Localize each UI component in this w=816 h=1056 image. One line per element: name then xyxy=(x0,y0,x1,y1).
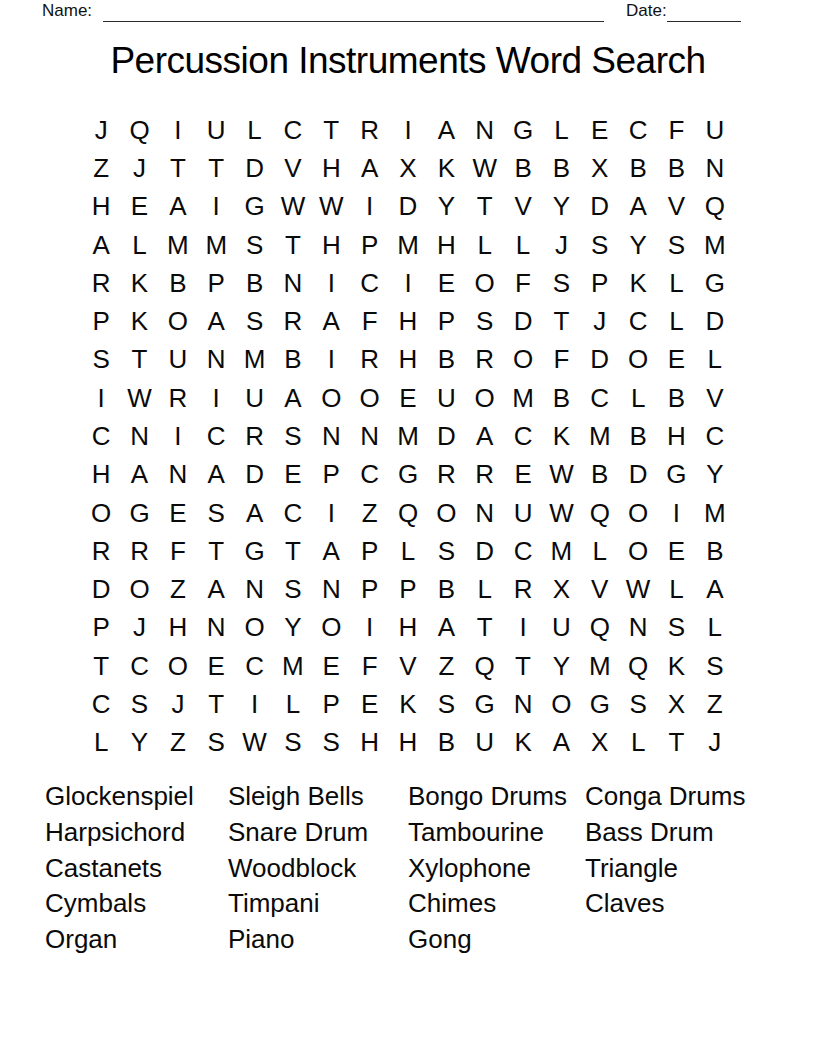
grid-cell-r17c13[interactable]: A xyxy=(542,724,580,762)
grid-cell-r17c3[interactable]: Z xyxy=(159,724,197,762)
grid-cell-r9c5[interactable]: R xyxy=(235,417,273,455)
grid-cell-r16c11[interactable]: G xyxy=(466,685,504,723)
grid-cell-r4c1[interactable]: A xyxy=(82,226,120,264)
grid-cell-r16c14[interactable]: G xyxy=(581,685,619,723)
grid-cell-r11c11[interactable]: N xyxy=(466,494,504,532)
grid-cell-r10c11[interactable]: R xyxy=(466,456,504,494)
grid-cell-r14c9[interactable]: H xyxy=(389,609,427,647)
grid-cell-r5c12[interactable]: F xyxy=(504,264,542,302)
grid-cell-r13c8[interactable]: P xyxy=(350,571,388,609)
grid-cell-r10c15[interactable]: D xyxy=(619,456,657,494)
grid-cell-r1c6[interactable]: C xyxy=(274,111,312,149)
grid-cell-r11c9[interactable]: Q xyxy=(389,494,427,532)
grid-cell-r8c8[interactable]: O xyxy=(350,379,388,417)
grid-cell-r5c15[interactable]: K xyxy=(619,264,657,302)
grid-cell-r17c6[interactable]: S xyxy=(274,724,312,762)
grid-cell-r9c16[interactable]: H xyxy=(657,417,695,455)
grid-cell-r1c8[interactable]: R xyxy=(350,111,388,149)
grid-cell-r1c5[interactable]: L xyxy=(235,111,273,149)
grid-cell-r10c17[interactable]: Y xyxy=(696,456,734,494)
grid-cell-r1c1[interactable]: J xyxy=(82,111,120,149)
grid-cell-r5c17[interactable]: G xyxy=(696,264,734,302)
grid-cell-r16c2[interactable]: S xyxy=(120,685,158,723)
grid-cell-r12c15[interactable]: O xyxy=(619,532,657,570)
grid-cell-r3c7[interactable]: W xyxy=(312,188,350,226)
grid-cell-r2c9[interactable]: X xyxy=(389,149,427,187)
grid-cell-r11c17[interactable]: M xyxy=(696,494,734,532)
grid-cell-r7c14[interactable]: D xyxy=(581,341,619,379)
grid-cell-r17c7[interactable]: S xyxy=(312,724,350,762)
grid-cell-r1c14[interactable]: E xyxy=(581,111,619,149)
grid-cell-r10c16[interactable]: G xyxy=(657,456,695,494)
grid-cell-r4c9[interactable]: M xyxy=(389,226,427,264)
grid-cell-r5c16[interactable]: L xyxy=(657,264,695,302)
grid-cell-r2c15[interactable]: B xyxy=(619,149,657,187)
grid-cell-r17c16[interactable]: T xyxy=(657,724,695,762)
grid-cell-r5c14[interactable]: P xyxy=(581,264,619,302)
word-search-grid: JQIULCTRIANGLECFUZJTTDVHAXKWBBXBBNHEAIGW… xyxy=(82,111,734,762)
grid-cell-r12c16[interactable]: E xyxy=(657,532,695,570)
grid-cell-r13c12[interactable]: R xyxy=(504,571,542,609)
grid-cell-r2c13[interactable]: B xyxy=(542,149,580,187)
grid-cell-r15c5[interactable]: C xyxy=(235,647,273,685)
grid-cell-r3c14[interactable]: D xyxy=(581,188,619,226)
grid-cell-r3c10[interactable]: Y xyxy=(427,188,465,226)
grid-cell-r4c6[interactable]: T xyxy=(274,226,312,264)
grid-cell-r7c17[interactable]: L xyxy=(696,341,734,379)
grid-cell-r16c10[interactable]: S xyxy=(427,685,465,723)
grid-cell-r13c5[interactable]: N xyxy=(235,571,273,609)
grid-cell-r15c14[interactable]: M xyxy=(581,647,619,685)
grid-cell-r7c15[interactable]: O xyxy=(619,341,657,379)
grid-cell-r17c8[interactable]: H xyxy=(350,724,388,762)
grid-cell-r1c16[interactable]: F xyxy=(657,111,695,149)
grid-cell-r9c8[interactable]: N xyxy=(350,417,388,455)
grid-cell-r1c3[interactable]: I xyxy=(159,111,197,149)
grid-cell-r13c2[interactable]: O xyxy=(120,571,158,609)
grid-cell-r2c4[interactable]: T xyxy=(197,149,235,187)
grid-cell-r3c15[interactable]: A xyxy=(619,188,657,226)
grid-cell-r12c10[interactable]: S xyxy=(427,532,465,570)
grid-cell-r6c7[interactable]: A xyxy=(312,302,350,340)
grid-cell-r3c12[interactable]: V xyxy=(504,188,542,226)
grid-cell-r17c5[interactable]: W xyxy=(235,724,273,762)
grid-cell-r10c5[interactable]: D xyxy=(235,456,273,494)
grid-cell-r6c8[interactable]: F xyxy=(350,302,388,340)
grid-cell-r16c4[interactable]: T xyxy=(197,685,235,723)
grid-cell-r14c3[interactable]: H xyxy=(159,609,197,647)
grid-cell-r2c7[interactable]: H xyxy=(312,149,350,187)
word-list-item: Glockenspiel xyxy=(45,779,194,815)
grid-cell-r10c4[interactable]: A xyxy=(197,456,235,494)
grid-cell-r11c7[interactable]: I xyxy=(312,494,350,532)
grid-cell-r4c14[interactable]: S xyxy=(581,226,619,264)
grid-cell-r2c6[interactable]: V xyxy=(274,149,312,187)
grid-cell-r6c4[interactable]: A xyxy=(197,302,235,340)
grid-cell-r5c3[interactable]: B xyxy=(159,264,197,302)
grid-cell-r13c3[interactable]: Z xyxy=(159,571,197,609)
grid-cell-r12c17[interactable]: B xyxy=(696,532,734,570)
grid-cell-r14c7[interactable]: O xyxy=(312,609,350,647)
grid-cell-r15c10[interactable]: Z xyxy=(427,647,465,685)
grid-cell-r8c15[interactable]: L xyxy=(619,379,657,417)
grid-cell-r4c4[interactable]: M xyxy=(197,226,235,264)
grid-cell-r12c9[interactable]: L xyxy=(389,532,427,570)
grid-cell-r14c6[interactable]: Y xyxy=(274,609,312,647)
grid-cell-r4c11[interactable]: L xyxy=(466,226,504,264)
grid-cell-r9c6[interactable]: S xyxy=(274,417,312,455)
grid-cell-r16c8[interactable]: E xyxy=(350,685,388,723)
grid-cell-r6c17[interactable]: D xyxy=(696,302,734,340)
grid-cell-r9c17[interactable]: C xyxy=(696,417,734,455)
grid-cell-r10c10[interactable]: R xyxy=(427,456,465,494)
grid-cell-r3c16[interactable]: V xyxy=(657,188,695,226)
grid-cell-r3c6[interactable]: W xyxy=(274,188,312,226)
grid-cell-r11c3[interactable]: E xyxy=(159,494,197,532)
grid-cell-r13c6[interactable]: S xyxy=(274,571,312,609)
grid-cell-r6c6[interactable]: R xyxy=(274,302,312,340)
grid-cell-r14c12[interactable]: I xyxy=(504,609,542,647)
grid-cell-r2c5[interactable]: D xyxy=(235,149,273,187)
grid-cell-r5c5[interactable]: B xyxy=(235,264,273,302)
grid-cell-r5c1[interactable]: R xyxy=(82,264,120,302)
grid-cell-r11c8[interactable]: Z xyxy=(350,494,388,532)
grid-cell-r7c5[interactable]: M xyxy=(235,341,273,379)
grid-cell-r7c16[interactable]: E xyxy=(657,341,695,379)
grid-cell-r5c8[interactable]: C xyxy=(350,264,388,302)
grid-cell-r15c9[interactable]: V xyxy=(389,647,427,685)
grid-cell-r12c11[interactable]: D xyxy=(466,532,504,570)
grid-cell-r16c12[interactable]: N xyxy=(504,685,542,723)
grid-cell-r15c7[interactable]: E xyxy=(312,647,350,685)
grid-cell-r17c12[interactable]: K xyxy=(504,724,542,762)
grid-cell-r7c4[interactable]: N xyxy=(197,341,235,379)
grid-cell-r9c2[interactable]: N xyxy=(120,417,158,455)
grid-cell-r1c11[interactable]: N xyxy=(466,111,504,149)
grid-cell-r12c1[interactable]: R xyxy=(82,532,120,570)
grid-cell-r1c2[interactable]: Q xyxy=(120,111,158,149)
grid-cell-r4c10[interactable]: H xyxy=(427,226,465,264)
date-blank-line xyxy=(667,2,741,22)
grid-cell-r11c14[interactable]: Q xyxy=(581,494,619,532)
grid-cell-r9c13[interactable]: K xyxy=(542,417,580,455)
grid-cell-r11c12[interactable]: U xyxy=(504,494,542,532)
grid-cell-r15c2[interactable]: C xyxy=(120,647,158,685)
grid-cell-r6c11[interactable]: S xyxy=(466,302,504,340)
grid-cell-r14c4[interactable]: N xyxy=(197,609,235,647)
word-list-item: Sleigh Bells xyxy=(228,779,368,815)
grid-cell-r3c2[interactable]: E xyxy=(120,188,158,226)
word-list-column: Conga DrumsBass DrumTriangleClaves xyxy=(585,779,745,922)
grid-cell-r11c4[interactable]: S xyxy=(197,494,235,532)
grid-cell-r2c11[interactable]: W xyxy=(466,149,504,187)
grid-cell-r17c4[interactable]: S xyxy=(197,724,235,762)
grid-cell-r5c10[interactable]: E xyxy=(427,264,465,302)
grid-cell-r8c3[interactable]: R xyxy=(159,379,197,417)
grid-cell-r1c12[interactable]: G xyxy=(504,111,542,149)
grid-cell-r16c3[interactable]: J xyxy=(159,685,197,723)
worksheet-page: Name: Date: Percussion Instruments Word … xyxy=(0,0,816,1056)
grid-cell-r15c3[interactable]: O xyxy=(159,647,197,685)
grid-cell-r4c16[interactable]: S xyxy=(657,226,695,264)
grid-cell-r17c10[interactable]: B xyxy=(427,724,465,762)
grid-cell-r14c16[interactable]: S xyxy=(657,609,695,647)
grid-cell-r14c13[interactable]: U xyxy=(542,609,580,647)
grid-cell-r7c9[interactable]: H xyxy=(389,341,427,379)
grid-cell-r9c4[interactable]: C xyxy=(197,417,235,455)
grid-cell-r12c13[interactable]: M xyxy=(542,532,580,570)
grid-cell-r4c2[interactable]: L xyxy=(120,226,158,264)
grid-cell-r2c2[interactable]: J xyxy=(120,149,158,187)
grid-cell-r17c11[interactable]: U xyxy=(466,724,504,762)
grid-cell-r3c5[interactable]: G xyxy=(235,188,273,226)
grid-cell-r10c13[interactable]: W xyxy=(542,456,580,494)
grid-cell-r2c1[interactable]: Z xyxy=(82,149,120,187)
grid-cell-r3c3[interactable]: A xyxy=(159,188,197,226)
grid-cell-r13c17[interactable]: A xyxy=(696,571,734,609)
grid-cell-r2c8[interactable]: A xyxy=(350,149,388,187)
grid-cell-r12c3[interactable]: F xyxy=(159,532,197,570)
grid-cell-r16c1[interactable]: C xyxy=(82,685,120,723)
grid-cell-r15c8[interactable]: F xyxy=(350,647,388,685)
grid-cell-r13c10[interactable]: B xyxy=(427,571,465,609)
grid-cell-r1c15[interactable]: C xyxy=(619,111,657,149)
grid-cell-r1c13[interactable]: L xyxy=(542,111,580,149)
grid-cell-r4c5[interactable]: S xyxy=(235,226,273,264)
grid-cell-r3c17[interactable]: Q xyxy=(696,188,734,226)
grid-cell-r9c3[interactable]: I xyxy=(159,417,197,455)
grid-cell-r13c15[interactable]: W xyxy=(619,571,657,609)
grid-cell-r9c12[interactable]: C xyxy=(504,417,542,455)
grid-cell-r15c1[interactable]: T xyxy=(82,647,120,685)
grid-cell-r4c12[interactable]: L xyxy=(504,226,542,264)
grid-cell-r8c2[interactable]: W xyxy=(120,379,158,417)
word-list-item: Chimes xyxy=(408,886,567,922)
grid-cell-r6c9[interactable]: H xyxy=(389,302,427,340)
grid-cell-r10c8[interactable]: C xyxy=(350,456,388,494)
grid-cell-r15c4[interactable]: E xyxy=(197,647,235,685)
grid-cell-r16c9[interactable]: K xyxy=(389,685,427,723)
grid-cell-r7c6[interactable]: B xyxy=(274,341,312,379)
grid-cell-r17c2[interactable]: Y xyxy=(120,724,158,762)
grid-cell-r16c13[interactable]: O xyxy=(542,685,580,723)
grid-cell-r9c15[interactable]: B xyxy=(619,417,657,455)
grid-cell-r8c4[interactable]: I xyxy=(197,379,235,417)
grid-cell-r15c11[interactable]: Q xyxy=(466,647,504,685)
grid-cell-r15c13[interactable]: Y xyxy=(542,647,580,685)
grid-cell-r8c7[interactable]: O xyxy=(312,379,350,417)
grid-cell-r7c11[interactable]: R xyxy=(466,341,504,379)
grid-cell-r2c14[interactable]: X xyxy=(581,149,619,187)
grid-cell-r14c11[interactable]: T xyxy=(466,609,504,647)
grid-cell-r10c1[interactable]: H xyxy=(82,456,120,494)
grid-cell-r9c11[interactable]: A xyxy=(466,417,504,455)
grid-cell-r12c4[interactable]: T xyxy=(197,532,235,570)
grid-cell-r6c5[interactable]: S xyxy=(235,302,273,340)
grid-cell-r8c1[interactable]: I xyxy=(82,379,120,417)
grid-cell-r3c9[interactable]: D xyxy=(389,188,427,226)
grid-cell-r5c2[interactable]: K xyxy=(120,264,158,302)
grid-cell-r4c7[interactable]: H xyxy=(312,226,350,264)
grid-cell-r14c1[interactable]: P xyxy=(82,609,120,647)
grid-cell-r14c2[interactable]: J xyxy=(120,609,158,647)
grid-cell-r7c13[interactable]: F xyxy=(542,341,580,379)
grid-cell-r12c14[interactable]: L xyxy=(581,532,619,570)
grid-cell-r15c12[interactable]: T xyxy=(504,647,542,685)
grid-cell-r4c3[interactable]: M xyxy=(159,226,197,264)
grid-cell-r9c10[interactable]: D xyxy=(427,417,465,455)
grid-cell-r12c7[interactable]: A xyxy=(312,532,350,570)
grid-cell-r5c13[interactable]: S xyxy=(542,264,580,302)
grid-cell-r3c13[interactable]: Y xyxy=(542,188,580,226)
grid-cell-r12c8[interactable]: P xyxy=(350,532,388,570)
grid-cell-r12c12[interactable]: C xyxy=(504,532,542,570)
grid-cell-r10c7[interactable]: P xyxy=(312,456,350,494)
grid-cell-r12c5[interactable]: G xyxy=(235,532,273,570)
grid-cell-r8c6[interactable]: A xyxy=(274,379,312,417)
grid-cell-r4c17[interactable]: M xyxy=(696,226,734,264)
grid-cell-r13c1[interactable]: D xyxy=(82,571,120,609)
grid-cell-r14c14[interactable]: Q xyxy=(581,609,619,647)
grid-cell-r9c14[interactable]: M xyxy=(581,417,619,455)
grid-cell-r16c7[interactable]: P xyxy=(312,685,350,723)
grid-cell-r5c4[interactable]: P xyxy=(197,264,235,302)
grid-cell-r16c16[interactable]: X xyxy=(657,685,695,723)
grid-cell-r2c17[interactable]: N xyxy=(696,149,734,187)
grid-cell-r6c12[interactable]: D xyxy=(504,302,542,340)
grid-cell-r7c1[interactable]: S xyxy=(82,341,120,379)
grid-cell-r13c13[interactable]: X xyxy=(542,571,580,609)
grid-cell-r8c5[interactable]: U xyxy=(235,379,273,417)
grid-cell-r17c17[interactable]: J xyxy=(696,724,734,762)
grid-cell-r11c2[interactable]: G xyxy=(120,494,158,532)
word-list-item: Tambourine xyxy=(408,815,567,851)
grid-cell-r16c5[interactable]: I xyxy=(235,685,273,723)
grid-cell-r5c7[interactable]: I xyxy=(312,264,350,302)
grid-cell-r13c14[interactable]: V xyxy=(581,571,619,609)
grid-cell-r7c2[interactable]: T xyxy=(120,341,158,379)
grid-cell-r3c4[interactable]: I xyxy=(197,188,235,226)
grid-cell-r2c12[interactable]: B xyxy=(504,149,542,187)
grid-cell-r14c17[interactable]: L xyxy=(696,609,734,647)
grid-cell-r10c3[interactable]: N xyxy=(159,456,197,494)
grid-cell-r8c14[interactable]: C xyxy=(581,379,619,417)
grid-cell-r11c15[interactable]: O xyxy=(619,494,657,532)
grid-cell-r6c3[interactable]: O xyxy=(159,302,197,340)
grid-cell-r7c3[interactable]: U xyxy=(159,341,197,379)
grid-cell-r9c9[interactable]: M xyxy=(389,417,427,455)
grid-cell-r8c16[interactable]: B xyxy=(657,379,695,417)
grid-cell-r5c11[interactable]: O xyxy=(466,264,504,302)
grid-cell-r15c17[interactable]: S xyxy=(696,647,734,685)
grid-cell-r16c15[interactable]: S xyxy=(619,685,657,723)
grid-cell-r4c13[interactable]: J xyxy=(542,226,580,264)
grid-cell-r13c11[interactable]: L xyxy=(466,571,504,609)
grid-cell-r8c9[interactable]: E xyxy=(389,379,427,417)
grid-cell-r15c6[interactable]: M xyxy=(274,647,312,685)
grid-cell-r8c17[interactable]: V xyxy=(696,379,734,417)
grid-cell-r8c13[interactable]: B xyxy=(542,379,580,417)
grid-cell-r2c10[interactable]: K xyxy=(427,149,465,187)
grid-cell-r11c10[interactable]: O xyxy=(427,494,465,532)
grid-cell-r6c10[interactable]: P xyxy=(427,302,465,340)
grid-cell-r13c9[interactable]: P xyxy=(389,571,427,609)
grid-cell-r11c16[interactable]: I xyxy=(657,494,695,532)
grid-cell-r17c15[interactable]: L xyxy=(619,724,657,762)
grid-cell-r1c17[interactable]: U xyxy=(696,111,734,149)
grid-cell-r13c7[interactable]: N xyxy=(312,571,350,609)
grid-cell-r6c16[interactable]: L xyxy=(657,302,695,340)
grid-cell-r17c9[interactable]: H xyxy=(389,724,427,762)
grid-cell-r3c11[interactable]: T xyxy=(466,188,504,226)
grid-cell-r12c2[interactable]: R xyxy=(120,532,158,570)
grid-cell-r6c14[interactable]: J xyxy=(581,302,619,340)
grid-cell-r11c6[interactable]: C xyxy=(274,494,312,532)
grid-cell-r16c6[interactable]: L xyxy=(274,685,312,723)
grid-cell-r10c2[interactable]: A xyxy=(120,456,158,494)
grid-cell-r4c15[interactable]: Y xyxy=(619,226,657,264)
grid-cell-r1c9[interactable]: I xyxy=(389,111,427,149)
word-list-item: Woodblock xyxy=(228,851,368,887)
grid-cell-r8c11[interactable]: O xyxy=(466,379,504,417)
grid-cell-r11c1[interactable]: O xyxy=(82,494,120,532)
grid-cell-r6c1[interactable]: P xyxy=(82,302,120,340)
grid-cell-r5c9[interactable]: I xyxy=(389,264,427,302)
grid-cell-r4c8[interactable]: P xyxy=(350,226,388,264)
grid-cell-r15c15[interactable]: Q xyxy=(619,647,657,685)
grid-cell-r9c1[interactable]: C xyxy=(82,417,120,455)
grid-cell-r14c5[interactable]: O xyxy=(235,609,273,647)
grid-cell-r15c16[interactable]: K xyxy=(657,647,695,685)
grid-cell-r6c15[interactable]: C xyxy=(619,302,657,340)
grid-cell-r10c14[interactable]: B xyxy=(581,456,619,494)
grid-cell-r13c4[interactable]: A xyxy=(197,571,235,609)
grid-cell-r17c1[interactable]: L xyxy=(82,724,120,762)
grid-cell-r8c10[interactable]: U xyxy=(427,379,465,417)
grid-cell-r14c15[interactable]: N xyxy=(619,609,657,647)
grid-cell-r12c6[interactable]: T xyxy=(274,532,312,570)
grid-cell-r3c1[interactable]: H xyxy=(82,188,120,226)
grid-cell-r2c3[interactable]: T xyxy=(159,149,197,187)
grid-cell-r8c12[interactable]: M xyxy=(504,379,542,417)
grid-cell-r10c12[interactable]: E xyxy=(504,456,542,494)
grid-cell-r7c10[interactable]: B xyxy=(427,341,465,379)
grid-cell-r14c8[interactable]: I xyxy=(350,609,388,647)
grid-cell-r9c7[interactable]: N xyxy=(312,417,350,455)
grid-cell-r11c13[interactable]: W xyxy=(542,494,580,532)
grid-cell-r1c7[interactable]: T xyxy=(312,111,350,149)
grid-cell-r1c4[interactable]: U xyxy=(197,111,235,149)
word-list-item: Bongo Drums xyxy=(408,779,567,815)
grid-cell-r16c17[interactable]: Z xyxy=(696,685,734,723)
grid-cell-r7c8[interactable]: R xyxy=(350,341,388,379)
grid-cell-r6c2[interactable]: K xyxy=(120,302,158,340)
word-list-item: Xylophone xyxy=(408,851,567,887)
grid-cell-r10c9[interactable]: G xyxy=(389,456,427,494)
grid-cell-r11c5[interactable]: A xyxy=(235,494,273,532)
grid-cell-r7c7[interactable]: I xyxy=(312,341,350,379)
grid-cell-r7c12[interactable]: O xyxy=(504,341,542,379)
grid-cell-r13c16[interactable]: L xyxy=(657,571,695,609)
grid-cell-r1c10[interactable]: A xyxy=(427,111,465,149)
grid-cell-r17c14[interactable]: X xyxy=(581,724,619,762)
grid-cell-r5c6[interactable]: N xyxy=(274,264,312,302)
grid-cell-r14c10[interactable]: A xyxy=(427,609,465,647)
grid-cell-r3c8[interactable]: I xyxy=(350,188,388,226)
grid-cell-r6c13[interactable]: T xyxy=(542,302,580,340)
grid-cell-r10c6[interactable]: E xyxy=(274,456,312,494)
grid-cell-r2c16[interactable]: B xyxy=(657,149,695,187)
